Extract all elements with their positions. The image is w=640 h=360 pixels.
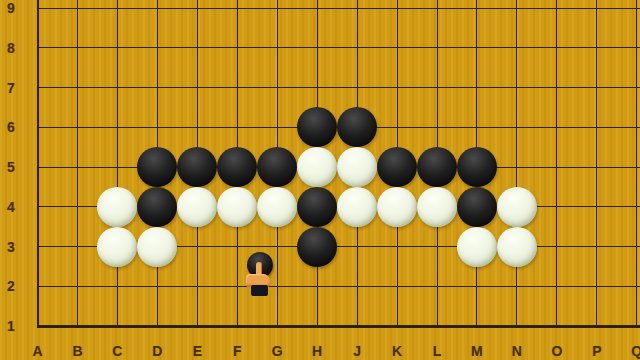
col-label-J: J [348,343,366,359]
white-stone-N3 [497,227,537,267]
white-stone-D3 [137,227,177,267]
col-label-M: M [468,343,486,359]
white-stone-J5 [337,147,377,187]
col-label-B: B [68,343,86,359]
white-stone-C3 [97,227,137,267]
col-label-F: F [228,343,246,359]
row-label-3: 3 [2,239,20,255]
white-stone-C4 [97,187,137,227]
row-label-2: 2 [2,278,20,294]
col-label-Q: Q [628,343,640,359]
go-board-view: 987654321ABCDEFGHJKLMNOPQ [0,0,640,360]
col-label-C: C [108,343,126,359]
white-stone-H5 [297,147,337,187]
black-stone-L5 [417,147,457,187]
grid-line-h-2 [37,286,640,287]
white-stone-F4 [217,187,257,227]
grid-line-v-C [117,0,118,328]
col-label-G: G [268,343,286,359]
grid-line-v-B [77,0,78,328]
row-label-4: 4 [2,199,20,215]
row-label-9: 9 [2,0,20,16]
grid-line-v-Q [636,0,637,328]
grid-line-h-7 [37,87,640,88]
black-stone-G5 [257,147,297,187]
grid-line-h-8 [37,47,640,48]
white-stone-N4 [497,187,537,227]
grid-line-h-1 [37,325,640,328]
col-label-D: D [148,343,166,359]
col-label-L: L [428,343,446,359]
black-stone-H3 [297,227,337,267]
col-label-O: O [548,343,566,359]
col-label-K: K [388,343,406,359]
row-label-5: 5 [2,159,20,175]
black-stone-K5 [377,147,417,187]
black-stone-F5 [217,147,257,187]
white-stone-M3 [457,227,497,267]
grid-line-v-O [556,0,557,328]
cursor-sleeve-icon [251,285,268,296]
row-label-6: 6 [2,119,20,135]
black-stone-H4 [297,187,337,227]
col-label-P: P [588,343,606,359]
row-label-8: 8 [2,40,20,56]
col-label-E: E [188,343,206,359]
grid-line-v-P [596,0,597,328]
grid-line-v-A [37,0,39,328]
white-stone-G4 [257,187,297,227]
col-label-A: A [29,343,47,359]
row-label-1: 1 [2,318,20,334]
white-stone-J4 [337,187,377,227]
col-label-H: H [308,343,326,359]
white-stone-K4 [377,187,417,227]
grid-line-h-9 [37,8,640,9]
black-stone-M4 [457,187,497,227]
row-label-7: 7 [2,80,20,96]
grid-line-v-N [516,0,517,328]
white-stone-L4 [417,187,457,227]
black-stone-D4 [137,187,177,227]
black-stone-M5 [457,147,497,187]
col-label-N: N [508,343,526,359]
white-stone-E4 [177,187,217,227]
